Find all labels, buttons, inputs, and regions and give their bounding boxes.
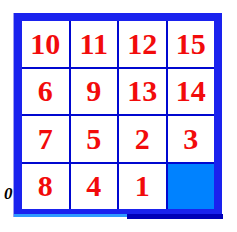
tile-13[interactable]: 13	[119, 69, 166, 115]
frame-bottom-shadow	[127, 214, 223, 219]
tile-11[interactable]: 11	[71, 21, 118, 67]
tile-7[interactable]: 7	[22, 116, 69, 162]
frame-bottom-highlight	[14, 214, 127, 217]
tile-1[interactable]: 1	[119, 164, 166, 210]
tile-2[interactable]: 2	[119, 116, 166, 162]
tile-5[interactable]: 5	[71, 116, 118, 162]
blank-cell	[168, 164, 215, 210]
tile-9[interactable]: 9	[71, 69, 118, 115]
tile-3[interactable]: 3	[168, 116, 215, 162]
tile-12[interactable]: 12	[119, 21, 166, 67]
tile-8[interactable]: 8	[22, 164, 69, 210]
tile-4[interactable]: 4	[71, 164, 118, 210]
tile-10[interactable]: 10	[22, 21, 69, 67]
tile-14[interactable]: 14	[168, 69, 215, 115]
puzzle-frame: 10 11 12 15 6 9 13 14 7 5 2 3 8 4 1	[14, 13, 222, 217]
puzzle-board: 10 11 12 15 6 9 13 14 7 5 2 3 8 4 1	[22, 21, 214, 209]
tile-6[interactable]: 6	[22, 69, 69, 115]
corner-zero-label: 0	[4, 185, 13, 202]
tile-15[interactable]: 15	[168, 21, 215, 67]
